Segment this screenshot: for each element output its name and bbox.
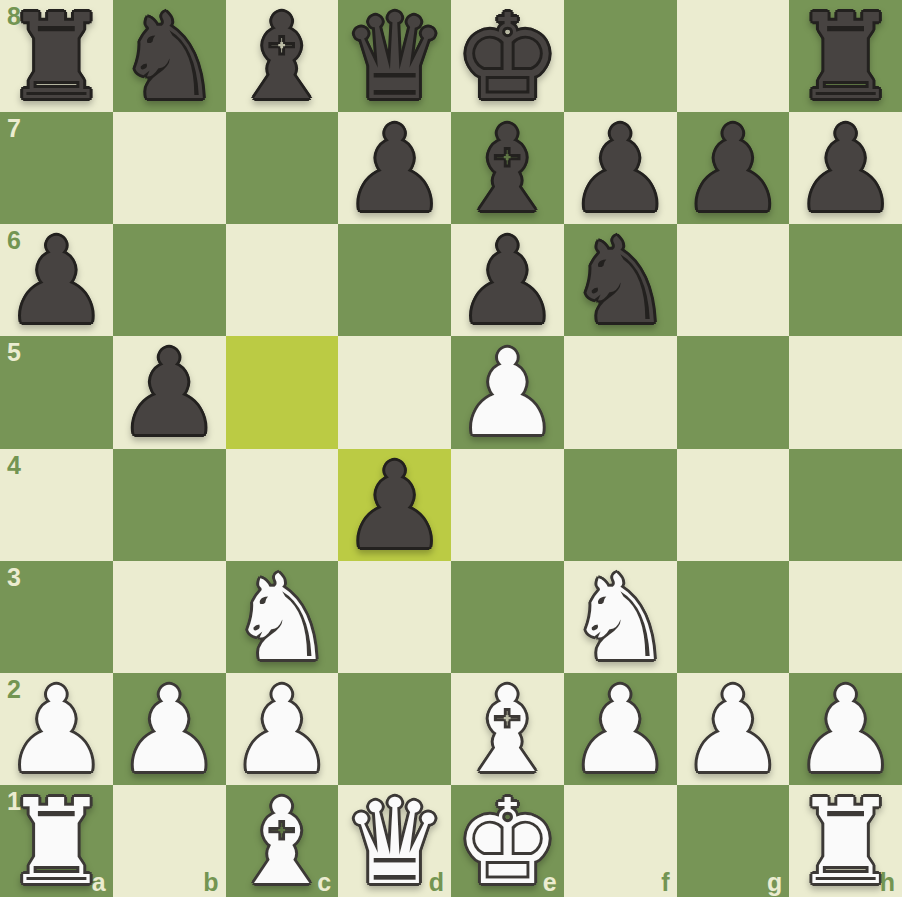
square-a1[interactable]: ♜1a: [0, 785, 113, 897]
square-c4[interactable]: [226, 449, 339, 561]
square-f1[interactable]: f: [564, 785, 677, 897]
piece-black-queen[interactable]: ♛: [342, 1, 448, 113]
square-b5[interactable]: ♟: [113, 336, 226, 448]
piece-black-pawn[interactable]: ♟: [342, 450, 448, 562]
square-d4[interactable]: ♟: [338, 449, 451, 561]
square-c3[interactable]: ♞: [226, 561, 339, 673]
square-g7[interactable]: ♟: [677, 112, 790, 224]
piece-black-pawn[interactable]: ♟: [3, 225, 109, 337]
square-g1[interactable]: g: [677, 785, 790, 897]
square-f3[interactable]: ♞: [564, 561, 677, 673]
piece-white-pawn[interactable]: ♟: [3, 674, 109, 786]
square-b4[interactable]: [113, 449, 226, 561]
piece-white-pawn[interactable]: ♟: [567, 674, 673, 786]
square-e3[interactable]: [451, 561, 564, 673]
file-label-b: b: [203, 868, 218, 897]
piece-black-knight[interactable]: ♞: [116, 1, 222, 113]
square-c2[interactable]: ♟: [226, 673, 339, 785]
square-e8[interactable]: ♚: [451, 0, 564, 112]
square-a2[interactable]: ♟2: [0, 673, 113, 785]
square-d3[interactable]: [338, 561, 451, 673]
square-h2[interactable]: ♟: [789, 673, 902, 785]
square-h6[interactable]: [789, 224, 902, 336]
piece-white-pawn[interactable]: ♟: [229, 674, 335, 786]
square-g8[interactable]: [677, 0, 790, 112]
piece-white-queen[interactable]: ♛: [342, 786, 448, 897]
square-a5[interactable]: 5: [0, 336, 113, 448]
file-label-f: f: [661, 868, 669, 897]
square-f4[interactable]: [564, 449, 677, 561]
square-g6[interactable]: [677, 224, 790, 336]
square-f7[interactable]: ♟: [564, 112, 677, 224]
square-g5[interactable]: [677, 336, 790, 448]
square-d2[interactable]: [338, 673, 451, 785]
square-e7[interactable]: ♝: [451, 112, 564, 224]
square-e4[interactable]: [451, 449, 564, 561]
square-b8[interactable]: ♞: [113, 0, 226, 112]
square-e6[interactable]: ♟: [451, 224, 564, 336]
square-a6[interactable]: ♟6: [0, 224, 113, 336]
square-d7[interactable]: ♟: [338, 112, 451, 224]
piece-black-pawn[interactable]: ♟: [342, 113, 448, 225]
square-a4[interactable]: 4: [0, 449, 113, 561]
square-e5[interactable]: ♟: [451, 336, 564, 448]
square-b2[interactable]: ♟: [113, 673, 226, 785]
piece-black-pawn[interactable]: ♟: [680, 113, 786, 225]
file-label-g: g: [767, 868, 782, 897]
square-c5[interactable]: [226, 336, 339, 448]
square-h7[interactable]: ♟: [789, 112, 902, 224]
square-h1[interactable]: ♜h: [789, 785, 902, 897]
square-d8[interactable]: ♛: [338, 0, 451, 112]
square-a3[interactable]: 3: [0, 561, 113, 673]
square-b3[interactable]: [113, 561, 226, 673]
square-h8[interactable]: ♜: [789, 0, 902, 112]
square-h3[interactable]: [789, 561, 902, 673]
square-g2[interactable]: ♟: [677, 673, 790, 785]
square-f5[interactable]: [564, 336, 677, 448]
rank-label-4: 4: [7, 451, 21, 480]
square-c8[interactable]: ♝: [226, 0, 339, 112]
square-g4[interactable]: [677, 449, 790, 561]
piece-black-rook[interactable]: ♜: [793, 1, 899, 113]
square-c6[interactable]: [226, 224, 339, 336]
piece-black-pawn[interactable]: ♟: [567, 113, 673, 225]
piece-white-rook[interactable]: ♜: [793, 786, 899, 897]
square-c1[interactable]: ♝c: [226, 785, 339, 897]
piece-white-bishop[interactable]: ♝: [454, 674, 560, 786]
piece-white-pawn[interactable]: ♟: [680, 674, 786, 786]
piece-white-pawn[interactable]: ♟: [454, 337, 560, 449]
square-d1[interactable]: ♛d: [338, 785, 451, 897]
square-d5[interactable]: [338, 336, 451, 448]
piece-black-bishop[interactable]: ♝: [454, 113, 560, 225]
piece-white-rook[interactable]: ♜: [3, 786, 109, 897]
square-b7[interactable]: [113, 112, 226, 224]
piece-white-knight[interactable]: ♞: [229, 562, 335, 674]
piece-white-bishop[interactable]: ♝: [229, 786, 335, 897]
piece-black-bishop[interactable]: ♝: [229, 1, 335, 113]
piece-black-pawn[interactable]: ♟: [116, 337, 222, 449]
square-a7[interactable]: 7: [0, 112, 113, 224]
chess-board: ♜8♞♝♛♚♜7♟♝♟♟♟♟6♟♞5♟♟4♟3♞♞♟2♟♟♝♟♟♟♜1ab♝c♛…: [0, 0, 902, 897]
square-h5[interactable]: [789, 336, 902, 448]
square-d6[interactable]: [338, 224, 451, 336]
square-b1[interactable]: b: [113, 785, 226, 897]
piece-white-knight[interactable]: ♞: [567, 562, 673, 674]
piece-black-king[interactable]: ♚: [454, 1, 560, 113]
square-h4[interactable]: [789, 449, 902, 561]
square-f8[interactable]: [564, 0, 677, 112]
piece-white-king[interactable]: ♚: [454, 786, 560, 897]
square-b6[interactable]: [113, 224, 226, 336]
piece-white-pawn[interactable]: ♟: [793, 674, 899, 786]
square-c7[interactable]: [226, 112, 339, 224]
piece-black-rook[interactable]: ♜: [3, 1, 109, 113]
square-g3[interactable]: [677, 561, 790, 673]
square-e1[interactable]: ♚e: [451, 785, 564, 897]
square-f6[interactable]: ♞: [564, 224, 677, 336]
square-f2[interactable]: ♟: [564, 673, 677, 785]
rank-label-3: 3: [7, 563, 21, 592]
square-a8[interactable]: ♜8: [0, 0, 113, 112]
square-e2[interactable]: ♝: [451, 673, 564, 785]
piece-black-pawn[interactable]: ♟: [454, 225, 560, 337]
piece-black-knight[interactable]: ♞: [567, 225, 673, 337]
piece-black-pawn[interactable]: ♟: [793, 113, 899, 225]
piece-white-pawn[interactable]: ♟: [116, 674, 222, 786]
